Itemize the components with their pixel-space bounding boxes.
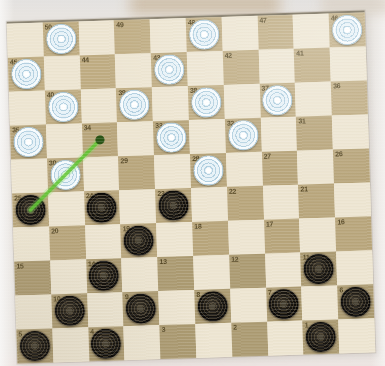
light-square: [265, 253, 302, 288]
square-7[interactable]: 7: [266, 287, 303, 322]
light-square: [80, 88, 117, 123]
square-36[interactable]: 36: [331, 80, 368, 115]
square-1[interactable]: 1: [303, 319, 340, 354]
square-6[interactable]: 6: [337, 284, 374, 319]
white-piece[interactable]: [189, 19, 220, 50]
light-square: [336, 250, 373, 285]
square-31[interactable]: 31: [296, 116, 333, 151]
light-square: [78, 20, 115, 55]
square-41[interactable]: 41: [294, 48, 331, 83]
light-square: [7, 23, 44, 58]
black-piece[interactable]: [89, 260, 120, 291]
square-13[interactable]: 13: [157, 256, 194, 291]
light-square: [150, 18, 187, 53]
black-piece[interactable]: [91, 328, 122, 359]
draughts-board-frame: 5049484746454443424140393837363534333231…: [7, 10, 376, 363]
square-40[interactable]: 40: [45, 89, 82, 124]
white-piece[interactable]: [46, 24, 77, 55]
square-34[interactable]: 34: [82, 122, 119, 157]
white-piece[interactable]: [228, 120, 259, 151]
square-46[interactable]: 46: [329, 12, 366, 47]
light-square: [83, 156, 120, 191]
light-square: [193, 255, 230, 290]
square-38[interactable]: 38: [188, 85, 225, 120]
white-piece[interactable]: [193, 155, 224, 186]
square-14[interactable]: 14: [86, 258, 123, 293]
board-photo: 5049484746454443424140393837363534333231…: [0, 0, 385, 366]
square-18[interactable]: 18: [192, 221, 229, 256]
white-piece[interactable]: [154, 54, 185, 85]
square-number: 44: [81, 55, 88, 64]
square-49[interactable]: 49: [114, 19, 151, 54]
light-square: [50, 259, 87, 294]
square-number: 27: [264, 151, 271, 160]
white-piece[interactable]: [119, 89, 150, 120]
square-37[interactable]: 37: [259, 83, 296, 118]
square-number: 22: [229, 187, 236, 196]
square-number: 41: [296, 48, 303, 57]
square-23[interactable]: 23: [155, 188, 192, 223]
black-piece[interactable]: [15, 195, 46, 226]
light-square: [332, 114, 369, 149]
black-piece[interactable]: [269, 289, 300, 320]
light-square: [230, 288, 267, 323]
light-square: [195, 323, 232, 358]
square-number: 12: [231, 255, 238, 264]
square-45[interactable]: 45: [8, 57, 45, 92]
square-47[interactable]: 47: [257, 15, 294, 50]
light-square: [302, 285, 339, 320]
square-29[interactable]: 29: [118, 155, 155, 190]
light-square: [224, 84, 261, 119]
light-square: [156, 222, 193, 257]
light-square: [124, 325, 161, 360]
square-number: 13: [159, 257, 166, 266]
light-square: [226, 152, 263, 187]
square-20[interactable]: 20: [49, 225, 86, 260]
white-piece[interactable]: [156, 122, 187, 153]
light-square: [85, 224, 122, 259]
light-square: [9, 91, 46, 126]
square-16[interactable]: 16: [335, 216, 372, 251]
square-number: 26: [335, 149, 342, 158]
light-square: [299, 217, 336, 252]
square-44[interactable]: 44: [79, 54, 116, 89]
light-square: [297, 150, 334, 185]
light-square: [13, 226, 50, 261]
light-square: [119, 189, 156, 224]
light-square: [87, 292, 124, 327]
square-number: 31: [298, 116, 305, 125]
light-square: [11, 159, 48, 194]
square-11[interactable]: 11: [301, 251, 338, 286]
square-number: 16: [337, 217, 344, 226]
white-piece[interactable]: [191, 87, 222, 118]
square-42[interactable]: 42: [223, 50, 260, 85]
white-piece[interactable]: [11, 59, 42, 90]
square-9[interactable]: 9: [123, 291, 160, 326]
square-30[interactable]: 30: [47, 157, 84, 192]
square-28[interactable]: 28: [190, 153, 227, 188]
light-square: [334, 182, 371, 217]
black-piece[interactable]: [126, 293, 157, 324]
light-square: [189, 119, 226, 154]
light-square: [15, 294, 52, 329]
square-43[interactable]: 43: [151, 52, 188, 87]
light-square: [330, 46, 367, 81]
square-2[interactable]: 2: [231, 322, 268, 357]
square-22[interactable]: 22: [227, 186, 264, 221]
light-square: [293, 14, 330, 49]
light-square: [258, 49, 295, 84]
black-piece[interactable]: [158, 190, 189, 221]
light-square: [44, 55, 81, 90]
light-square: [191, 187, 228, 222]
square-number: 21: [300, 184, 307, 193]
light-square: [338, 318, 375, 353]
light-square: [154, 154, 191, 189]
light-square: [117, 121, 154, 156]
black-piece[interactable]: [87, 192, 118, 223]
square-25[interactable]: 25: [12, 192, 49, 227]
black-piece[interactable]: [340, 286, 371, 317]
square-number: 2: [233, 323, 237, 332]
square-50[interactable]: 50: [43, 21, 80, 56]
square-number: 34: [84, 123, 91, 132]
black-piece[interactable]: [306, 322, 337, 353]
black-piece[interactable]: [197, 291, 228, 322]
square-12[interactable]: 12: [229, 254, 266, 289]
square-10[interactable]: 10: [51, 293, 88, 328]
white-piece[interactable]: [262, 85, 293, 116]
light-square: [267, 321, 304, 356]
square-17[interactable]: 17: [264, 219, 301, 254]
white-piece[interactable]: [50, 159, 81, 190]
square-8[interactable]: 8: [194, 289, 231, 324]
light-square: [158, 290, 195, 325]
square-21[interactable]: 21: [298, 184, 335, 219]
light-square: [295, 82, 332, 117]
background-blur-patch: [130, 0, 280, 14]
square-number: 36: [333, 81, 340, 90]
square-19[interactable]: 19: [121, 223, 158, 258]
square-26[interactable]: 26: [333, 148, 370, 183]
light-square: [187, 51, 224, 86]
square-number: 47: [259, 16, 266, 25]
square-number: 17: [266, 219, 273, 228]
square-27[interactable]: 27: [262, 151, 299, 186]
square-number: 42: [225, 51, 232, 60]
light-square: [221, 16, 258, 51]
square-number: 29: [120, 156, 127, 165]
white-piece[interactable]: [332, 15, 363, 46]
draughts-board: 5049484746454443424140393837363534333231…: [7, 12, 376, 363]
square-39[interactable]: 39: [116, 87, 153, 122]
square-number: 3: [162, 325, 166, 334]
square-15[interactable]: 15: [14, 260, 51, 295]
square-number: 15: [16, 261, 23, 270]
light-square: [122, 257, 159, 292]
light-square: [260, 117, 297, 152]
square-35[interactable]: 35: [10, 125, 47, 160]
square-48[interactable]: 48: [186, 17, 223, 52]
black-piece[interactable]: [123, 225, 154, 256]
square-number: 18: [194, 222, 201, 231]
square-24[interactable]: 24: [84, 190, 121, 225]
black-piece[interactable]: [54, 295, 85, 326]
light-square: [152, 86, 189, 121]
black-piece[interactable]: [303, 254, 334, 285]
light-square: [52, 327, 89, 362]
light-square: [228, 220, 265, 255]
light-square: [263, 185, 300, 220]
square-33[interactable]: 33: [153, 120, 190, 155]
square-3[interactable]: 3: [160, 324, 197, 359]
square-number: 20: [51, 226, 58, 235]
light-square: [48, 191, 85, 226]
square-number: 49: [116, 20, 123, 29]
light-square: [115, 53, 152, 88]
square-4[interactable]: 4: [88, 326, 125, 361]
square-32[interactable]: 32: [225, 118, 262, 153]
square-5[interactable]: 5: [16, 328, 53, 363]
light-square: [46, 123, 83, 158]
white-piece[interactable]: [48, 92, 79, 123]
white-piece[interactable]: [13, 127, 44, 158]
black-piece[interactable]: [19, 331, 50, 362]
